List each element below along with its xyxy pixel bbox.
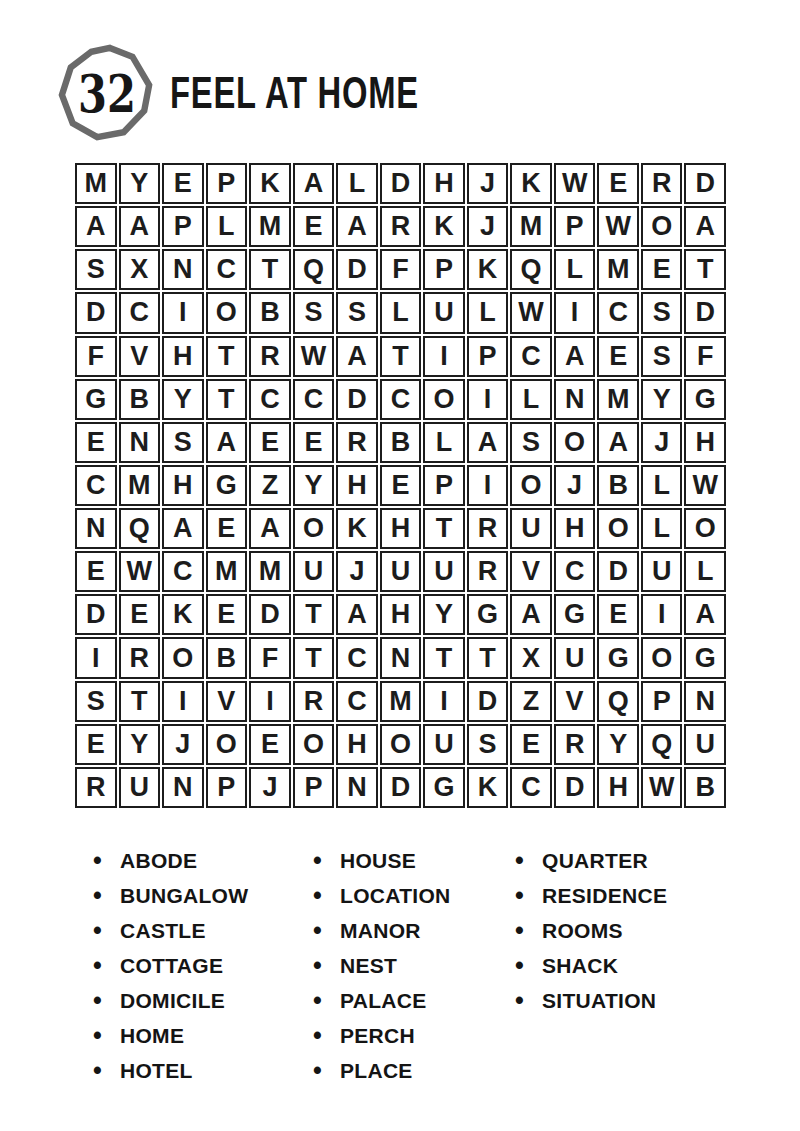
grid-cell-r14c10[interactable]: S (467, 724, 509, 765)
grid-cell-r13c2[interactable]: T (119, 681, 161, 722)
word-list-item: •NEST (313, 948, 515, 983)
grid-cell-r2c11[interactable]: M (510, 206, 552, 247)
grid-cell-r13c9[interactable]: I (423, 681, 465, 722)
word-label: QUARTER (542, 849, 648, 873)
grid-cell-r1c5[interactable]: K (249, 163, 291, 204)
grid-cell-r13c1[interactable]: S (75, 681, 117, 722)
grid-cell-r12c11[interactable]: X (510, 637, 552, 678)
grid-cell-r11c8[interactable]: H (380, 594, 422, 635)
grid-cell-r13c13[interactable]: Q (597, 681, 639, 722)
word-label: PERCH (340, 1024, 415, 1048)
word-list: •ABODE•BUNGALOW•CASTLE•COTTAGE•DOMICILE•… (93, 843, 667, 1088)
grid-cell-r7c14[interactable]: J (641, 422, 683, 463)
grid-cell-r1c13[interactable]: E (597, 163, 639, 204)
grid-cell-r8c14[interactable]: L (641, 465, 683, 506)
grid-cell-r8c11[interactable]: O (510, 465, 552, 506)
grid-cell-r14c8[interactable]: O (380, 724, 422, 765)
grid-cell-r5c10[interactable]: P (467, 336, 509, 377)
grid-cell-r8c7[interactable]: H (336, 465, 378, 506)
grid-cell-r14c11[interactable]: E (510, 724, 552, 765)
grid-cell-r2c14[interactable]: O (641, 206, 683, 247)
grid-cell-r15c6[interactable]: P (293, 767, 335, 808)
grid-cell-r6c7[interactable]: D (336, 379, 378, 420)
grid-cell-r6c5[interactable]: C (249, 379, 291, 420)
bullet-icon: • (313, 953, 340, 978)
grid-cell-r11c6[interactable]: T (293, 594, 335, 635)
grid-cell-r4c13[interactable]: C (597, 292, 639, 333)
grid-cell-r10c13[interactable]: D (597, 551, 639, 592)
grid-cell-r8c4[interactable]: G (206, 465, 248, 506)
grid-cell-r12c1[interactable]: I (75, 637, 117, 678)
grid-cell-r7c12[interactable]: O (554, 422, 596, 463)
grid-cell-r5c12[interactable]: A (554, 336, 596, 377)
grid-cell-r2c3[interactable]: P (162, 206, 204, 247)
grid-cell-r3c1[interactable]: S (75, 249, 117, 290)
grid-cell-r4c4[interactable]: O (206, 292, 248, 333)
grid-cell-r8c6[interactable]: Y (293, 465, 335, 506)
word-label: ROOMS (542, 919, 623, 943)
grid-cell-r7c2[interactable]: N (119, 422, 161, 463)
grid-cell-r8c12[interactable]: J (554, 465, 596, 506)
grid-cell-r1c7[interactable]: L (336, 163, 378, 204)
grid-cell-r7c8[interactable]: B (380, 422, 422, 463)
grid-cell-r12c12[interactable]: U (554, 637, 596, 678)
grid-cell-r2c15[interactable]: A (684, 206, 726, 247)
word-list-column: •QUARTER•RESIDENCE•ROOMS•SHACK•SITUATION (515, 843, 667, 1018)
grid-cell-r7c11[interactable]: S (510, 422, 552, 463)
grid-cell-r6c15[interactable]: G (684, 379, 726, 420)
grid-cell-r10c7[interactable]: J (336, 551, 378, 592)
grid-cell-r13c12[interactable]: V (554, 681, 596, 722)
word-label: ABODE (120, 849, 197, 873)
grid-cell-r10c8[interactable]: U (380, 551, 422, 592)
grid-cell-r2c7[interactable]: A (336, 206, 378, 247)
grid-cell-r15c10[interactable]: K (467, 767, 509, 808)
grid-cell-r11c13[interactable]: E (597, 594, 639, 635)
grid-cell-r7c13[interactable]: A (597, 422, 639, 463)
word-label: HOUSE (340, 849, 416, 873)
grid-cell-r15c3[interactable]: N (162, 767, 204, 808)
word-list-item: •ABODE (93, 843, 313, 878)
grid-cell-r3c8[interactable]: F (380, 249, 422, 290)
grid-cell-r9c9[interactable]: T (423, 508, 465, 549)
grid-cell-r11c12[interactable]: G (554, 594, 596, 635)
grid-cell-r9c5[interactable]: A (249, 508, 291, 549)
grid-cell-r4c6[interactable]: S (293, 292, 335, 333)
grid-cell-r9c7[interactable]: K (336, 508, 378, 549)
grid-cell-r5c15[interactable]: F (684, 336, 726, 377)
grid-cell-r8c3[interactable]: H (162, 465, 204, 506)
grid-cell-r5c3[interactable]: H (162, 336, 204, 377)
word-list-item: •HOTEL (93, 1053, 313, 1088)
grid-cell-r9c12[interactable]: H (554, 508, 596, 549)
word-list-item: •COTTAGE (93, 948, 313, 983)
grid-cell-r15c1[interactable]: R (75, 767, 117, 808)
bullet-icon: • (515, 883, 542, 908)
grid-cell-r2c8[interactable]: R (380, 206, 422, 247)
grid-cell-r1c8[interactable]: D (380, 163, 422, 204)
word-label: SHACK (542, 954, 618, 978)
bullet-icon: • (93, 953, 120, 978)
grid-cell-r15c12[interactable]: D (554, 767, 596, 808)
grid-cell-r15c13[interactable]: H (597, 767, 639, 808)
grid-cell-r10c9[interactable]: U (423, 551, 465, 592)
word-list-item: •PERCH (313, 1018, 515, 1053)
grid-cell-r7c7[interactable]: R (336, 422, 378, 463)
word-label: LOCATION (340, 884, 451, 908)
word-label: BUNGALOW (120, 884, 248, 908)
grid-cell-r5c13[interactable]: E (597, 336, 639, 377)
word-search-grid: MYEPKALDHJKWERDAAPLMEARKJMPWOASXNCTQDFPK… (75, 163, 726, 808)
word-list-item: •HOME (93, 1018, 313, 1053)
grid-cell-r12c15[interactable]: G (684, 637, 726, 678)
grid-cell-r4c9[interactable]: U (423, 292, 465, 333)
grid-cell-r9c6[interactable]: O (293, 508, 335, 549)
grid-cell-r1c1[interactable]: M (75, 163, 117, 204)
grid-cell-r5c11[interactable]: C (510, 336, 552, 377)
grid-cell-r3c7[interactable]: D (336, 249, 378, 290)
puzzle-title: FEEL AT HOME (170, 68, 419, 118)
grid-cell-r6c13[interactable]: M (597, 379, 639, 420)
grid-cell-r12c8[interactable]: N (380, 637, 422, 678)
grid-cell-r12c3[interactable]: O (162, 637, 204, 678)
grid-cell-r7c9[interactable]: L (423, 422, 465, 463)
grid-cell-r3c6[interactable]: Q (293, 249, 335, 290)
grid-cell-r5c14[interactable]: S (641, 336, 683, 377)
grid-cell-r2c2[interactable]: A (119, 206, 161, 247)
grid-cell-r7c15[interactable]: H (684, 422, 726, 463)
grid-cell-r8c8[interactable]: E (380, 465, 422, 506)
word-list-column: •ABODE•BUNGALOW•CASTLE•COTTAGE•DOMICILE•… (93, 843, 313, 1088)
grid-cell-r13c8[interactable]: M (380, 681, 422, 722)
grid-cell-r1c9[interactable]: H (423, 163, 465, 204)
grid-cell-r13c6[interactable]: R (293, 681, 335, 722)
grid-cell-r13c4[interactable]: V (206, 681, 248, 722)
grid-cell-r12c7[interactable]: C (336, 637, 378, 678)
grid-cell-r8c15[interactable]: W (684, 465, 726, 506)
grid-cell-r14c14[interactable]: Q (641, 724, 683, 765)
grid-cell-r11c11[interactable]: A (510, 594, 552, 635)
grid-cell-r13c7[interactable]: C (336, 681, 378, 722)
word-list-item: •ROOMS (515, 913, 667, 948)
grid-cell-r14c5[interactable]: E (249, 724, 291, 765)
bullet-icon: • (515, 918, 542, 943)
grid-cell-r9c2[interactable]: Q (119, 508, 161, 549)
grid-cell-r3c13[interactable]: M (597, 249, 639, 290)
grid-cell-r1c3[interactable]: E (162, 163, 204, 204)
grid-cell-r3c4[interactable]: C (206, 249, 248, 290)
grid-cell-r3c15[interactable]: T (684, 249, 726, 290)
grid-cell-r11c9[interactable]: Y (423, 594, 465, 635)
grid-cell-r1c11[interactable]: K (510, 163, 552, 204)
grid-cell-r8c2[interactable]: M (119, 465, 161, 506)
word-label: HOME (120, 1024, 184, 1048)
grid-cell-r15c11[interactable]: C (510, 767, 552, 808)
grid-cell-r8c5[interactable]: Z (249, 465, 291, 506)
grid-cell-r14c6[interactable]: O (293, 724, 335, 765)
grid-cell-r5c2[interactable]: V (119, 336, 161, 377)
grid-cell-r1c12[interactable]: W (554, 163, 596, 204)
grid-cell-r13c10[interactable]: D (467, 681, 509, 722)
bullet-icon: • (93, 1058, 120, 1083)
bullet-icon: • (313, 883, 340, 908)
grid-cell-r15c4[interactable]: P (206, 767, 248, 808)
grid-cell-r10c4[interactable]: M (206, 551, 248, 592)
word-label: NEST (340, 954, 397, 978)
bullet-icon: • (313, 848, 340, 873)
grid-cell-r12c5[interactable]: F (249, 637, 291, 678)
grid-cell-r12c13[interactable]: G (597, 637, 639, 678)
grid-cell-r1c4[interactable]: P (206, 163, 248, 204)
grid-cell-r11c14[interactable]: I (641, 594, 683, 635)
grid-cell-r14c13[interactable]: Y (597, 724, 639, 765)
grid-cell-r7c5[interactable]: E (249, 422, 291, 463)
grid-cell-r3c5[interactable]: T (249, 249, 291, 290)
word-list-item: •RESIDENCE (515, 878, 667, 913)
grid-cell-r2c4[interactable]: L (206, 206, 248, 247)
grid-cell-r9c10[interactable]: R (467, 508, 509, 549)
bullet-icon: • (515, 988, 542, 1013)
grid-cell-r14c2[interactable]: Y (119, 724, 161, 765)
grid-cell-r8c1[interactable]: C (75, 465, 117, 506)
grid-cell-r10c15[interactable]: L (684, 551, 726, 592)
grid-cell-r11c4[interactable]: E (206, 594, 248, 635)
bullet-icon: • (313, 1058, 340, 1083)
grid-cell-r3c11[interactable]: Q (510, 249, 552, 290)
grid-cell-r7c10[interactable]: A (467, 422, 509, 463)
grid-cell-r3c2[interactable]: X (119, 249, 161, 290)
grid-cell-r8c9[interactable]: P (423, 465, 465, 506)
grid-cell-r2c6[interactable]: E (293, 206, 335, 247)
grid-cell-r14c4[interactable]: O (206, 724, 248, 765)
grid-cell-r9c1[interactable]: N (75, 508, 117, 549)
grid-cell-r1c15[interactable]: D (684, 163, 726, 204)
puzzle-number-badge: 32 (58, 44, 156, 142)
grid-cell-r9c4[interactable]: E (206, 508, 248, 549)
grid-cell-r10c14[interactable]: U (641, 551, 683, 592)
grid-cell-r11c3[interactable]: K (162, 594, 204, 635)
grid-cell-r11c1[interactable]: D (75, 594, 117, 635)
grid-cell-r5c9[interactable]: I (423, 336, 465, 377)
word-label: HOTEL (120, 1059, 193, 1083)
grid-cell-r5c5[interactable]: R (249, 336, 291, 377)
word-label: MANOR (340, 919, 421, 943)
grid-cell-r14c9[interactable]: U (423, 724, 465, 765)
word-list-item: •MANOR (313, 913, 515, 948)
grid-cell-r5c4[interactable]: T (206, 336, 248, 377)
grid-cell-r12c14[interactable]: O (641, 637, 683, 678)
grid-cell-r11c2[interactable]: E (119, 594, 161, 635)
grid-cell-r6c2[interactable]: B (119, 379, 161, 420)
bullet-icon: • (313, 1023, 340, 1048)
grid-cell-r5c1[interactable]: F (75, 336, 117, 377)
grid-cell-r4c2[interactable]: C (119, 292, 161, 333)
grid-cell-r1c10[interactable]: J (467, 163, 509, 204)
grid-cell-r3c12[interactable]: L (554, 249, 596, 290)
grid-cell-r2c9[interactable]: K (423, 206, 465, 247)
grid-cell-r3c14[interactable]: E (641, 249, 683, 290)
puzzle-header: 32 FEEL AT HOME (58, 44, 489, 142)
puzzle-number: 32 (68, 44, 146, 142)
grid-cell-r8c13[interactable]: B (597, 465, 639, 506)
grid-cell-r10c10[interactable]: R (467, 551, 509, 592)
grid-cell-r6c9[interactable]: O (423, 379, 465, 420)
grid-cell-r4c12[interactable]: I (554, 292, 596, 333)
grid-cell-r4c7[interactable]: S (336, 292, 378, 333)
grid-cell-r15c8[interactable]: D (380, 767, 422, 808)
grid-cell-r9c8[interactable]: H (380, 508, 422, 549)
grid-cell-r6c14[interactable]: Y (641, 379, 683, 420)
grid-cell-r1c14[interactable]: R (641, 163, 683, 204)
grid-cell-r1c6[interactable]: A (293, 163, 335, 204)
grid-cell-r9c13[interactable]: O (597, 508, 639, 549)
word-label: SITUATION (542, 989, 656, 1013)
grid-cell-r7c6[interactable]: E (293, 422, 335, 463)
grid-cell-r4c10[interactable]: L (467, 292, 509, 333)
grid-cell-r4c8[interactable]: L (380, 292, 422, 333)
grid-cell-r6c11[interactable]: L (510, 379, 552, 420)
grid-cell-r11c5[interactable]: D (249, 594, 291, 635)
grid-cell-r2c10[interactable]: J (467, 206, 509, 247)
grid-cell-r7c4[interactable]: A (206, 422, 248, 463)
bullet-icon: • (93, 848, 120, 873)
bullet-icon: • (313, 918, 340, 943)
bullet-icon: • (93, 988, 120, 1013)
grid-cell-r9c15[interactable]: O (684, 508, 726, 549)
grid-cell-r1c2[interactable]: Y (119, 163, 161, 204)
grid-cell-r11c10[interactable]: G (467, 594, 509, 635)
grid-cell-r14c7[interactable]: H (336, 724, 378, 765)
puzzle-page: 32 FEEL AT HOME MYEPKALDHJKWERDAAPLMEARK… (0, 0, 800, 1131)
grid-cell-r10c3[interactable]: C (162, 551, 204, 592)
grid-cell-r10c11[interactable]: V (510, 551, 552, 592)
word-list-item: •CASTLE (93, 913, 313, 948)
grid-cell-r3c10[interactable]: K (467, 249, 509, 290)
grid-cell-r13c11[interactable]: Z (510, 681, 552, 722)
word-list-item: •LOCATION (313, 878, 515, 913)
word-list-item: •QUARTER (515, 843, 667, 878)
word-label: COTTAGE (120, 954, 223, 978)
grid-cell-r11c15[interactable]: A (684, 594, 726, 635)
grid-cell-r2c13[interactable]: W (597, 206, 639, 247)
grid-cell-r15c15[interactable]: B (684, 767, 726, 808)
word-label: CASTLE (120, 919, 206, 943)
grid-cell-r6c4[interactable]: T (206, 379, 248, 420)
grid-cell-r9c14[interactable]: L (641, 508, 683, 549)
grid-cell-r3c9[interactable]: P (423, 249, 465, 290)
grid-cell-r9c3[interactable]: A (162, 508, 204, 549)
grid-cell-r6c1[interactable]: G (75, 379, 117, 420)
grid-cell-r15c2[interactable]: U (119, 767, 161, 808)
bullet-icon: • (93, 1023, 120, 1048)
grid-cell-r6c10[interactable]: I (467, 379, 509, 420)
word-list-item: •SITUATION (515, 983, 667, 1018)
grid-cell-r12c2[interactable]: R (119, 637, 161, 678)
grid-cell-r14c12[interactable]: R (554, 724, 596, 765)
word-label: PALACE (340, 989, 427, 1013)
grid-cell-r2c12[interactable]: P (554, 206, 596, 247)
word-list-column: •HOUSE•LOCATION•MANOR•NEST•PALACE•PERCH•… (313, 843, 515, 1088)
grid-cell-r5c8[interactable]: T (380, 336, 422, 377)
grid-cell-r13c15[interactable]: N (684, 681, 726, 722)
grid-cell-r2c5[interactable]: M (249, 206, 291, 247)
grid-cell-r4c1[interactable]: D (75, 292, 117, 333)
grid-cell-r10c12[interactable]: C (554, 551, 596, 592)
word-list-item: •BUNGALOW (93, 878, 313, 913)
grid-cell-r10c2[interactable]: W (119, 551, 161, 592)
grid-cell-r4c14[interactable]: S (641, 292, 683, 333)
grid-cell-r7c1[interactable]: E (75, 422, 117, 463)
grid-cell-r4c11[interactable]: W (510, 292, 552, 333)
bullet-icon: • (93, 883, 120, 908)
word-label: PLACE (340, 1059, 413, 1083)
grid-cell-r15c9[interactable]: G (423, 767, 465, 808)
bullet-icon: • (515, 848, 542, 873)
grid-cell-r12c10[interactable]: T (467, 637, 509, 678)
grid-cell-r12c4[interactable]: B (206, 637, 248, 678)
grid-cell-r10c6[interactable]: U (293, 551, 335, 592)
grid-cell-r7c3[interactable]: S (162, 422, 204, 463)
grid-cell-r4c15[interactable]: D (684, 292, 726, 333)
grid-cell-r5c7[interactable]: A (336, 336, 378, 377)
grid-cell-r5c6[interactable]: W (293, 336, 335, 377)
bullet-icon: • (515, 953, 542, 978)
bullet-icon: • (93, 918, 120, 943)
word-list-item: •PALACE (313, 983, 515, 1018)
bullet-icon: • (313, 988, 340, 1013)
grid-cell-r10c5[interactable]: M (249, 551, 291, 592)
grid-cell-r8c10[interactable]: I (467, 465, 509, 506)
grid-cell-r9c11[interactable]: U (510, 508, 552, 549)
grid-cell-r3c3[interactable]: N (162, 249, 204, 290)
grid-cell-r14c15[interactable]: U (684, 724, 726, 765)
grid-cell-r12c9[interactable]: T (423, 637, 465, 678)
grid-cell-r4c5[interactable]: B (249, 292, 291, 333)
word-list-item: •HOUSE (313, 843, 515, 878)
grid-cell-r13c5[interactable]: I (249, 681, 291, 722)
word-list-item: •PLACE (313, 1053, 515, 1088)
grid-cell-r6c6[interactable]: C (293, 379, 335, 420)
grid-cell-r14c3[interactable]: J (162, 724, 204, 765)
word-list-item: •DOMICILE (93, 983, 313, 1018)
grid-cell-r10c1[interactable]: E (75, 551, 117, 592)
grid-cell-r15c14[interactable]: W (641, 767, 683, 808)
word-label: DOMICILE (120, 989, 225, 1013)
word-list-item: •SHACK (515, 948, 667, 983)
grid-cell-r15c7[interactable]: N (336, 767, 378, 808)
grid-cell-r6c12[interactable]: N (554, 379, 596, 420)
word-label: RESIDENCE (542, 884, 667, 908)
grid-cell-r13c3[interactable]: I (162, 681, 204, 722)
grid-cell-r2c1[interactable]: A (75, 206, 117, 247)
grid-cell-r11c7[interactable]: A (336, 594, 378, 635)
grid-cell-r6c8[interactable]: C (380, 379, 422, 420)
grid-cell-r6c3[interactable]: Y (162, 379, 204, 420)
grid-cell-r13c14[interactable]: P (641, 681, 683, 722)
grid-cell-r4c3[interactable]: I (162, 292, 204, 333)
grid-cell-r14c1[interactable]: E (75, 724, 117, 765)
grid-cell-r15c5[interactable]: J (249, 767, 291, 808)
grid-cell-r12c6[interactable]: T (293, 637, 335, 678)
